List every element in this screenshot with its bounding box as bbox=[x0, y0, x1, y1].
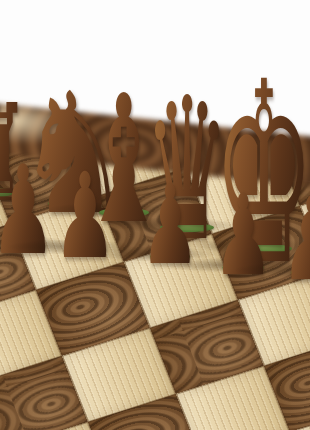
pawn-glyph: ♟ bbox=[281, 182, 310, 297]
pieces-layer: ♜♞♝♛♚♟♟♟♟♟ bbox=[0, 0, 310, 430]
pawn-piece: ♟ bbox=[242, 190, 310, 274]
chess-set-product-photo: ♜♞♝♛♚♟♟♟♟♟ bbox=[0, 0, 310, 430]
